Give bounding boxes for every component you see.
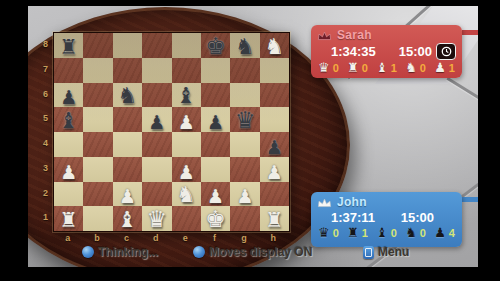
game-scene: ♜♚♞♞♟♞♝♝♟♟♟♛♟♟♟♟♟♞♟♟♜♝♛♚♜ 87654321abcdef… bbox=[28, 6, 478, 267]
black-bishop[interactable]: ♝ bbox=[172, 85, 201, 107]
moves-display-label: Moves display ON bbox=[209, 245, 312, 259]
captured-knight-count: 0 bbox=[420, 227, 426, 239]
square-e8[interactable] bbox=[172, 33, 201, 58]
active-clock-icon bbox=[436, 43, 456, 60]
square-a6[interactable]: ♟ bbox=[54, 83, 83, 108]
square-b2[interactable] bbox=[83, 182, 112, 207]
crown-icon bbox=[317, 197, 332, 208]
black-bishop[interactable]: ♝ bbox=[54, 110, 83, 132]
square-g7[interactable] bbox=[230, 58, 259, 83]
crown-icon bbox=[317, 30, 332, 41]
player-name: Sarah bbox=[337, 28, 372, 42]
square-f6[interactable] bbox=[201, 83, 230, 108]
menu-button[interactable]: Menu bbox=[363, 244, 409, 260]
captured-rook-count: 0 bbox=[362, 62, 368, 74]
square-e2[interactable]: ♞ bbox=[172, 182, 201, 207]
white-knight[interactable]: ♞ bbox=[260, 36, 289, 58]
black-pawn[interactable]: ♟ bbox=[201, 113, 230, 132]
rook-icon: ♜ bbox=[347, 61, 359, 74]
black-queen[interactable]: ♛ bbox=[230, 109, 259, 132]
file-label-h: h bbox=[259, 233, 288, 243]
queen-icon: ♛ bbox=[318, 226, 330, 239]
square-a3[interactable]: ♟ bbox=[54, 157, 83, 182]
white-pawn[interactable]: ♟ bbox=[172, 163, 201, 182]
square-c6[interactable]: ♞ bbox=[113, 83, 142, 108]
white-knight[interactable]: ♞ bbox=[172, 184, 201, 206]
square-c8[interactable] bbox=[113, 33, 142, 58]
square-g6[interactable] bbox=[230, 83, 259, 108]
sarah-panel-tail bbox=[462, 30, 478, 35]
player-panel-john: John 1:37:11 15:00 ♛0♜1♝0♞0♟4 bbox=[311, 192, 462, 247]
menu-button-icon bbox=[363, 246, 374, 259]
bishop-icon: ♝ bbox=[376, 61, 388, 74]
captured-bishop-count: 0 bbox=[391, 227, 397, 239]
time-control: 15:00 bbox=[399, 44, 432, 59]
square-h6[interactable] bbox=[260, 83, 289, 108]
square-b4[interactable] bbox=[83, 132, 112, 157]
square-d5[interactable]: ♟ bbox=[142, 107, 171, 132]
square-d4[interactable] bbox=[142, 132, 171, 157]
captured-knight: ♞0 bbox=[405, 61, 426, 74]
square-b6[interactable] bbox=[83, 83, 112, 108]
square-a2[interactable] bbox=[54, 182, 83, 207]
square-g4[interactable] bbox=[230, 132, 259, 157]
file-label-a: a bbox=[53, 233, 82, 243]
black-knight[interactable]: ♞ bbox=[113, 85, 142, 107]
bishop-icon: ♝ bbox=[376, 226, 388, 239]
square-g5[interactable]: ♛ bbox=[230, 107, 259, 132]
black-pawn[interactable]: ♟ bbox=[54, 88, 83, 107]
captured-bishop-count: 1 bbox=[391, 62, 397, 74]
square-b1[interactable] bbox=[83, 206, 112, 231]
tile-grout-line bbox=[446, 77, 478, 100]
square-c3[interactable] bbox=[113, 157, 142, 182]
square-a5[interactable]: ♝ bbox=[54, 107, 83, 132]
square-d1[interactable]: ♛ bbox=[142, 206, 171, 231]
captured-queen-count: 0 bbox=[333, 227, 339, 239]
captured-pawn: ♟1 bbox=[434, 61, 455, 74]
square-c1[interactable]: ♝ bbox=[113, 206, 142, 231]
square-c2[interactable]: ♟ bbox=[113, 182, 142, 207]
square-g8[interactable]: ♞ bbox=[230, 33, 259, 58]
sarah-time-row: 1:34:35 15:00 bbox=[317, 43, 456, 60]
white-pawn[interactable]: ♟ bbox=[54, 163, 83, 182]
rank-label-4: 4 bbox=[34, 138, 48, 148]
square-e5[interactable]: ♟ bbox=[172, 107, 201, 132]
white-bishop[interactable]: ♝ bbox=[113, 209, 142, 231]
square-b3[interactable] bbox=[83, 157, 112, 182]
thinking-label: Thinking... bbox=[98, 245, 158, 259]
square-d7[interactable] bbox=[142, 58, 171, 83]
square-f1[interactable]: ♚ bbox=[201, 206, 230, 231]
square-c5[interactable] bbox=[113, 107, 142, 132]
square-f3[interactable] bbox=[201, 157, 230, 182]
sarah-captured-tray: ♛0♜0♝1♞0♟1 bbox=[317, 61, 456, 74]
pawn-icon: ♟ bbox=[434, 226, 446, 239]
thinking-indicator: Thinking... bbox=[82, 244, 158, 260]
sarah-name-row: Sarah bbox=[317, 28, 456, 42]
captured-queen: ♛0 bbox=[318, 61, 339, 74]
white-queen[interactable]: ♛ bbox=[142, 208, 171, 231]
rank-label-6: 6 bbox=[34, 89, 48, 99]
file-label-g: g bbox=[229, 233, 258, 243]
file-label-f: f bbox=[200, 233, 229, 243]
captured-knight-count: 0 bbox=[420, 62, 426, 74]
white-rook[interactable]: ♜ bbox=[54, 210, 83, 231]
black-pawn[interactable]: ♟ bbox=[260, 138, 289, 157]
rank-label-1: 1 bbox=[34, 212, 48, 222]
player-panel-sarah: Sarah 1:34:35 15:00 ♛0♜0♝1♞0♟1 bbox=[311, 25, 462, 78]
square-b8[interactable] bbox=[83, 33, 112, 58]
black-rook[interactable]: ♜ bbox=[54, 37, 83, 58]
black-pawn[interactable]: ♟ bbox=[142, 113, 171, 132]
square-a8[interactable]: ♜ bbox=[54, 33, 83, 58]
queen-icon: ♛ bbox=[318, 61, 330, 74]
square-b5[interactable] bbox=[83, 107, 112, 132]
square-d6[interactable] bbox=[142, 83, 171, 108]
rank-label-3: 3 bbox=[34, 163, 48, 173]
white-pawn[interactable]: ♟ bbox=[113, 187, 142, 206]
file-label-d: d bbox=[141, 233, 170, 243]
square-h8[interactable]: ♞ bbox=[260, 33, 289, 58]
letterbox-left bbox=[0, 0, 28, 281]
square-d8[interactable] bbox=[142, 33, 171, 58]
captured-bishop: ♝1 bbox=[376, 61, 397, 74]
rank-label-5: 5 bbox=[34, 113, 48, 123]
white-pawn[interactable]: ♟ bbox=[201, 187, 230, 206]
square-g1[interactable] bbox=[230, 206, 259, 231]
square-g3[interactable] bbox=[230, 157, 259, 182]
captured-queen: ♛0 bbox=[318, 226, 339, 239]
black-knight[interactable]: ♞ bbox=[230, 36, 259, 58]
captured-rook: ♜0 bbox=[347, 61, 368, 74]
white-pawn[interactable]: ♟ bbox=[172, 113, 201, 132]
square-h4[interactable]: ♟ bbox=[260, 132, 289, 157]
john-captured-tray: ♛0♜1♝0♞0♟4 bbox=[317, 226, 456, 239]
letterbox-top bbox=[0, 0, 500, 6]
square-f2[interactable]: ♟ bbox=[201, 182, 230, 207]
captured-pawn: ♟4 bbox=[434, 226, 455, 239]
elapsed-time: 1:34:35 bbox=[331, 44, 376, 59]
letterbox-right bbox=[478, 0, 500, 281]
square-f8[interactable]: ♚ bbox=[201, 33, 230, 58]
square-a4[interactable] bbox=[54, 132, 83, 157]
status-bar: Thinking... Moves display ON Menu bbox=[28, 244, 478, 260]
pointer-button-icon bbox=[193, 246, 205, 258]
square-f7[interactable] bbox=[201, 58, 230, 83]
square-a1[interactable]: ♜ bbox=[54, 206, 83, 231]
black-king[interactable]: ♚ bbox=[201, 35, 230, 58]
menu-label: Menu bbox=[378, 245, 409, 259]
square-e1[interactable] bbox=[172, 206, 201, 231]
letterbox-bottom bbox=[0, 267, 500, 281]
knight-icon: ♞ bbox=[405, 61, 417, 74]
square-e6[interactable]: ♝ bbox=[172, 83, 201, 108]
file-label-c: c bbox=[112, 233, 141, 243]
captured-bishop: ♝0 bbox=[376, 226, 397, 239]
square-f5[interactable]: ♟ bbox=[201, 107, 230, 132]
square-d2[interactable] bbox=[142, 182, 171, 207]
square-h7[interactable] bbox=[260, 58, 289, 83]
square-c4[interactable] bbox=[113, 132, 142, 157]
rank-label-7: 7 bbox=[34, 64, 48, 74]
moves-display-toggle[interactable]: Moves display ON bbox=[193, 244, 312, 260]
square-b7[interactable] bbox=[83, 58, 112, 83]
elapsed-time: 1:37:11 bbox=[331, 210, 375, 225]
file-label-b: b bbox=[82, 233, 111, 243]
white-pawn[interactable]: ♟ bbox=[230, 187, 259, 206]
captured-rook-count: 1 bbox=[362, 227, 368, 239]
pointer-button-icon bbox=[82, 246, 94, 258]
white-rook[interactable]: ♜ bbox=[260, 210, 289, 231]
chess-board[interactable]: ♜♚♞♞♟♞♝♝♟♟♟♛♟♟♟♟♟♞♟♟♜♝♛♚♜ bbox=[53, 32, 290, 232]
captured-pawn-count: 4 bbox=[449, 227, 455, 239]
square-a7[interactable] bbox=[54, 58, 83, 83]
rook-icon: ♜ bbox=[347, 226, 359, 239]
square-h3[interactable]: ♟ bbox=[260, 157, 289, 182]
square-d3[interactable] bbox=[142, 157, 171, 182]
captured-pawn-count: 1 bbox=[449, 62, 455, 74]
pawn-icon: ♟ bbox=[434, 61, 446, 74]
square-h2[interactable] bbox=[260, 182, 289, 207]
captured-queen-count: 0 bbox=[333, 62, 339, 74]
square-e7[interactable] bbox=[172, 58, 201, 83]
square-h5[interactable] bbox=[260, 107, 289, 132]
square-c7[interactable] bbox=[113, 58, 142, 83]
rank-label-8: 8 bbox=[34, 39, 48, 49]
square-f4[interactable] bbox=[201, 132, 230, 157]
john-time-row: 1:37:11 15:00 bbox=[317, 210, 456, 225]
square-h1[interactable]: ♜ bbox=[260, 206, 289, 231]
white-king[interactable]: ♚ bbox=[201, 208, 230, 231]
captured-knight: ♞0 bbox=[405, 226, 426, 239]
captured-rook: ♜1 bbox=[347, 226, 368, 239]
white-pawn[interactable]: ♟ bbox=[260, 163, 289, 182]
john-name-row: John bbox=[317, 195, 456, 209]
time-control: 15:00 bbox=[401, 210, 434, 225]
knight-icon: ♞ bbox=[405, 226, 417, 239]
square-e4[interactable] bbox=[172, 132, 201, 157]
john-panel-tail bbox=[462, 197, 478, 202]
player-name: John bbox=[337, 195, 367, 209]
square-e3[interactable]: ♟ bbox=[172, 157, 201, 182]
file-label-e: e bbox=[171, 233, 200, 243]
rank-label-2: 2 bbox=[34, 188, 48, 198]
square-g2[interactable]: ♟ bbox=[230, 182, 259, 207]
